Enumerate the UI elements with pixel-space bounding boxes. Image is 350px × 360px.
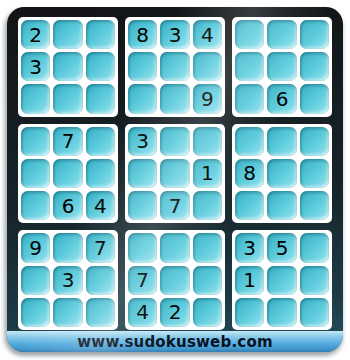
cell-r8c1[interactable] [21, 266, 50, 295]
cell-r3c9[interactable] [300, 84, 329, 113]
cell-r7c8[interactable]: 5 [267, 233, 296, 262]
cell-r7c7[interactable]: 3 [235, 233, 264, 262]
box-r1c3: 6 [232, 17, 332, 117]
cell-r8c7[interactable]: 1 [235, 266, 264, 295]
cell-r4c2[interactable]: 7 [53, 127, 82, 156]
website-url-link[interactable]: www.sudokusweb.com [77, 333, 272, 351]
cell-r1c5[interactable]: 3 [160, 20, 189, 49]
cell-r3c2[interactable] [53, 84, 82, 113]
cell-r9c7[interactable] [235, 298, 264, 327]
cell-r1c9[interactable] [300, 20, 329, 49]
cell-r5c2[interactable] [53, 159, 82, 188]
cell-r8c9[interactable] [300, 266, 329, 295]
cell-r6c5[interactable]: 7 [160, 191, 189, 220]
cell-r4c4[interactable]: 3 [128, 127, 157, 156]
cell-r6c8[interactable] [267, 191, 296, 220]
cell-r7c9[interactable] [300, 233, 329, 262]
cell-r4c1[interactable] [21, 127, 50, 156]
box-r3c3: 351 [232, 230, 332, 330]
cell-r8c2[interactable]: 3 [53, 266, 82, 295]
cell-r6c3[interactable]: 4 [86, 191, 115, 220]
board-frame: 23834967643178973742351 www.sudokusweb.c… [7, 7, 343, 352]
cell-r9c2[interactable] [53, 298, 82, 327]
cell-r2c9[interactable] [300, 52, 329, 81]
cell-r3c3[interactable] [86, 84, 115, 113]
cell-r7c2[interactable] [53, 233, 82, 262]
cell-r1c1[interactable]: 2 [21, 20, 50, 49]
cell-r9c9[interactable] [300, 298, 329, 327]
box-r3c2: 742 [125, 230, 225, 330]
cell-r3c5[interactable] [160, 84, 189, 113]
cell-r7c6[interactable] [193, 233, 222, 262]
cell-r3c6[interactable]: 9 [193, 84, 222, 113]
cell-r9c1[interactable] [21, 298, 50, 327]
cell-r6c9[interactable] [300, 191, 329, 220]
cell-r9c8[interactable] [267, 298, 296, 327]
cell-r7c3[interactable]: 7 [86, 233, 115, 262]
cell-r2c1[interactable]: 3 [21, 52, 50, 81]
cell-r5c6[interactable]: 1 [193, 159, 222, 188]
cell-r1c6[interactable]: 4 [193, 20, 222, 49]
cell-r5c3[interactable] [86, 159, 115, 188]
sudoku-widget: 23834967643178973742351 www.sudokusweb.c… [0, 0, 350, 360]
cell-r4c3[interactable] [86, 127, 115, 156]
cell-r5c7[interactable]: 8 [235, 159, 264, 188]
cell-r3c1[interactable] [21, 84, 50, 113]
box-r2c1: 764 [18, 124, 118, 224]
cell-r4c5[interactable] [160, 127, 189, 156]
cell-r2c4[interactable] [128, 52, 157, 81]
box-r3c1: 973 [18, 230, 118, 330]
cell-r2c8[interactable] [267, 52, 296, 81]
cell-r4c8[interactable] [267, 127, 296, 156]
cell-r5c5[interactable] [160, 159, 189, 188]
cell-r7c4[interactable] [128, 233, 157, 262]
cell-r1c7[interactable] [235, 20, 264, 49]
cell-r5c1[interactable] [21, 159, 50, 188]
cell-r4c6[interactable] [193, 127, 222, 156]
cell-r8c6[interactable] [193, 266, 222, 295]
cell-r2c5[interactable] [160, 52, 189, 81]
box-r1c1: 23 [18, 17, 118, 117]
box-r1c2: 8349 [125, 17, 225, 117]
cell-r3c4[interactable] [128, 84, 157, 113]
cell-r8c8[interactable] [267, 266, 296, 295]
cell-r2c2[interactable] [53, 52, 82, 81]
cell-r1c3[interactable] [86, 20, 115, 49]
cell-r8c3[interactable] [86, 266, 115, 295]
box-r2c2: 317 [125, 124, 225, 224]
cell-r1c4[interactable]: 8 [128, 20, 157, 49]
cell-r9c5[interactable]: 2 [160, 298, 189, 327]
cell-r3c8[interactable]: 6 [267, 84, 296, 113]
footer-bar: www.sudokusweb.com [7, 331, 343, 352]
cell-r7c5[interactable] [160, 233, 189, 262]
cell-r9c4[interactable]: 4 [128, 298, 157, 327]
cell-r6c6[interactable] [193, 191, 222, 220]
cell-r6c2[interactable]: 6 [53, 191, 82, 220]
cell-r7c1[interactable]: 9 [21, 233, 50, 262]
cell-r1c8[interactable] [267, 20, 296, 49]
cell-r5c4[interactable] [128, 159, 157, 188]
cell-r8c5[interactable] [160, 266, 189, 295]
cell-r2c3[interactable] [86, 52, 115, 81]
sudoku-board: 23834967643178973742351 [18, 17, 332, 330]
cell-r2c7[interactable] [235, 52, 264, 81]
cell-r6c1[interactable] [21, 191, 50, 220]
cell-r9c6[interactable] [193, 298, 222, 327]
cell-r1c2[interactable] [53, 20, 82, 49]
cell-r9c3[interactable] [86, 298, 115, 327]
cell-r4c7[interactable] [235, 127, 264, 156]
cell-r6c4[interactable] [128, 191, 157, 220]
cell-r4c9[interactable] [300, 127, 329, 156]
box-r2c3: 8 [232, 124, 332, 224]
cell-r5c8[interactable] [267, 159, 296, 188]
cell-r5c9[interactable] [300, 159, 329, 188]
cell-r8c4[interactable]: 7 [128, 266, 157, 295]
cell-r6c7[interactable] [235, 191, 264, 220]
cell-r3c7[interactable] [235, 84, 264, 113]
cell-r2c6[interactable] [193, 52, 222, 81]
